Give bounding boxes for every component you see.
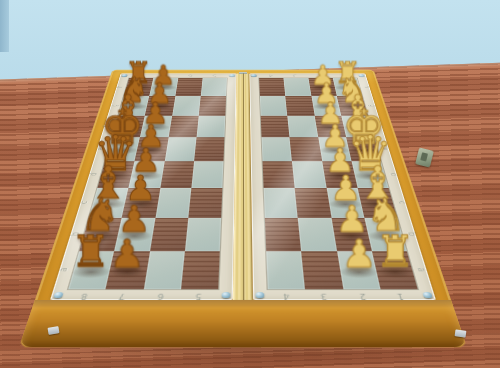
square-b6[interactable]	[149, 218, 188, 252]
rank-label-far-5: 5	[212, 74, 216, 77]
rank-label-near-5: 5	[195, 292, 202, 299]
squares-grid-right	[259, 78, 418, 289]
square-b3[interactable]	[298, 218, 337, 252]
screw-icon	[53, 292, 64, 298]
file-label-g: g	[368, 104, 376, 106]
square-d7[interactable]	[129, 161, 165, 188]
file-label-b: b	[71, 232, 81, 236]
board-left-half: 88776655hgfedcba	[50, 73, 237, 300]
rank-label-near-6: 6	[157, 292, 164, 299]
square-g4[interactable]	[260, 96, 288, 116]
file-label-f: f	[104, 126, 112, 127]
rank-label-far-8: 8	[139, 74, 144, 77]
rank-label-near-3: 3	[321, 292, 328, 299]
screw-icon	[251, 74, 257, 77]
square-a3[interactable]	[301, 251, 342, 289]
file-label-c: c	[396, 201, 405, 204]
square-g1[interactable]	[337, 96, 368, 116]
square-a8[interactable]	[68, 251, 114, 289]
corner-guard-icon	[455, 329, 467, 337]
file-label-e: e	[380, 148, 388, 151]
square-d4[interactable]	[263, 161, 295, 188]
square-h7[interactable]	[149, 78, 178, 96]
rank-label-far-6: 6	[188, 74, 192, 77]
screw-icon	[358, 74, 364, 77]
rank-label-near-1: 1	[396, 292, 404, 299]
rank-label-far-4: 4	[269, 74, 273, 77]
file-label-d: d	[89, 173, 98, 176]
screw-icon	[121, 74, 127, 77]
hinge-icon	[239, 72, 247, 74]
square-d5[interactable]	[191, 161, 223, 188]
square-h6[interactable]	[175, 78, 202, 96]
square-g3[interactable]	[285, 96, 314, 116]
chess-board: 88776655hgfedcba 44332211hgfedcba ♜♞♝♛♚♝…	[19, 70, 467, 347]
square-g7[interactable]	[145, 96, 175, 116]
square-a4[interactable]	[266, 251, 305, 289]
rank-label-far-7: 7	[164, 74, 169, 77]
square-d1[interactable]	[351, 161, 388, 188]
file-label-f: f	[375, 126, 383, 127]
square-b2[interactable]	[331, 218, 372, 252]
photo-scene: 88776655hgfedcba 44332211hgfedcba ♜♞♝♛♚♝…	[0, 0, 500, 368]
square-c7[interactable]	[122, 188, 160, 218]
square-b1[interactable]	[364, 218, 407, 252]
rank-label-far-2: 2	[317, 74, 322, 77]
square-e4[interactable]	[262, 137, 293, 161]
square-f3[interactable]	[287, 116, 317, 138]
square-f5[interactable]	[196, 116, 225, 138]
squares-grid-left	[68, 78, 227, 289]
screw-icon	[229, 74, 235, 77]
rank-label-near-4: 4	[283, 292, 290, 299]
square-d6[interactable]	[160, 161, 194, 188]
file-label-d: d	[388, 173, 397, 176]
rank-label-far-3: 3	[293, 74, 297, 77]
square-h3[interactable]	[284, 78, 311, 96]
square-a5[interactable]	[181, 251, 220, 289]
square-g6[interactable]	[172, 96, 201, 116]
square-d3[interactable]	[292, 161, 326, 188]
square-b7[interactable]	[114, 218, 155, 252]
square-f6[interactable]	[168, 116, 198, 138]
square-f1[interactable]	[341, 116, 374, 138]
box-front-edge	[19, 300, 467, 347]
screw-icon	[422, 292, 433, 298]
file-label-b: b	[405, 232, 415, 236]
board-perspective-scene: 88776655hgfedcba 44332211hgfedcba ♜♞♝♛♚♝…	[0, 0, 500, 368]
file-label-g: g	[111, 104, 119, 106]
square-a2[interactable]	[337, 251, 381, 289]
square-h4[interactable]	[259, 78, 285, 96]
square-c5[interactable]	[188, 188, 222, 218]
square-e5[interactable]	[194, 137, 225, 161]
square-f4[interactable]	[261, 116, 290, 138]
rank-label-far-1: 1	[341, 74, 346, 77]
square-c8[interactable]	[89, 188, 129, 218]
board-right-half: 44332211hgfedcba	[249, 73, 436, 300]
square-c3[interactable]	[295, 188, 331, 218]
rank-label-near-2: 2	[358, 292, 366, 299]
file-label-h: h	[362, 86, 369, 88]
square-b4[interactable]	[265, 218, 302, 252]
square-h5[interactable]	[201, 78, 227, 96]
square-a1[interactable]	[372, 251, 418, 289]
rank-label-near-7: 7	[119, 292, 127, 299]
square-e6[interactable]	[164, 137, 196, 161]
square-c4[interactable]	[264, 188, 298, 218]
square-h1[interactable]	[332, 78, 362, 96]
square-c6[interactable]	[155, 188, 191, 218]
file-label-c: c	[80, 201, 89, 204]
file-label-a: a	[59, 268, 70, 272]
file-label-a: a	[416, 268, 427, 272]
square-f7[interactable]	[140, 116, 172, 138]
square-c2[interactable]	[326, 188, 364, 218]
square-e7[interactable]	[135, 137, 169, 161]
file-label-e: e	[97, 148, 105, 151]
square-a7[interactable]	[106, 251, 150, 289]
square-b5[interactable]	[185, 218, 222, 252]
square-g5[interactable]	[199, 96, 227, 116]
screw-icon	[255, 292, 264, 298]
square-b8[interactable]	[79, 218, 122, 252]
square-e3[interactable]	[290, 137, 322, 161]
screw-icon	[222, 292, 231, 298]
square-a6[interactable]	[143, 251, 184, 289]
square-c1[interactable]	[357, 188, 397, 218]
file-label-h: h	[117, 86, 124, 88]
square-e1[interactable]	[346, 137, 381, 161]
square-d8[interactable]	[97, 161, 134, 188]
rank-label-near-8: 8	[81, 292, 89, 299]
